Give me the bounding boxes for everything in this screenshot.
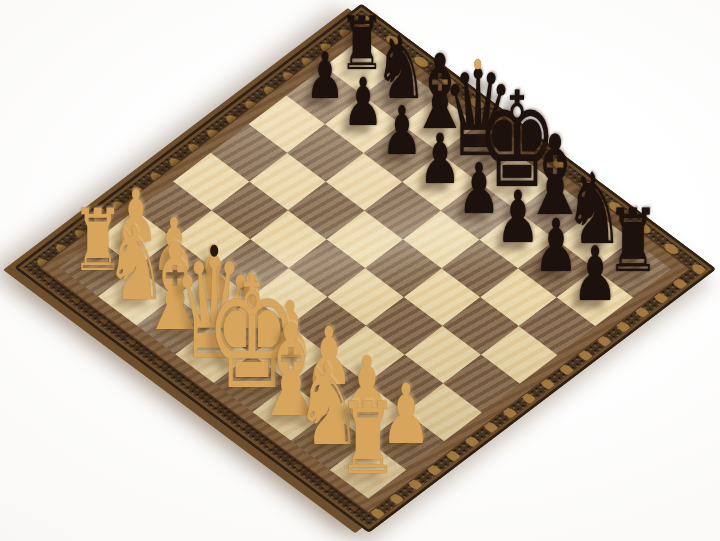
- chess-set-photo: ♜♞♝♛♚♝♞♜♟♟♟♟♟♟♟♟♟♟♟♟♟♟♟♟♜♞♝♛♚♝♞♜: [0, 0, 720, 541]
- boxwood-ball-finial: [475, 59, 482, 69]
